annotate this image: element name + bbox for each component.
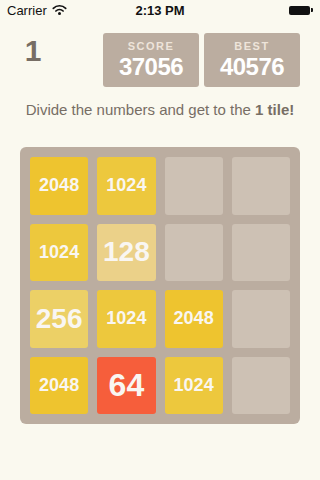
app-title: 1 [20, 37, 46, 65]
tile-2048: 2048 [30, 157, 88, 215]
empty-cell [165, 224, 223, 282]
best-value: 40576 [220, 52, 284, 82]
goal-tile-title: 1 [20, 37, 46, 65]
score-value: 37056 [119, 52, 183, 82]
tile-64: 64 [97, 357, 155, 415]
tile-1024: 1024 [97, 157, 155, 215]
tile-1024: 1024 [165, 357, 223, 415]
empty-cell [232, 357, 290, 415]
tile-256: 256 [30, 290, 88, 348]
header: 1 SCORE 37056 BEST 40576 [0, 33, 320, 87]
tile-2048: 2048 [165, 290, 223, 348]
best-box: BEST 40576 [204, 33, 300, 87]
empty-cell [232, 290, 290, 348]
tile-1024: 1024 [97, 290, 155, 348]
tile-2048: 2048 [30, 357, 88, 415]
instruction-text: Divide the numbers and get to the 1 tile… [0, 101, 320, 118]
empty-cell [232, 157, 290, 215]
tile-1024: 1024 [30, 224, 88, 282]
tile-128: 128 [97, 224, 155, 282]
empty-cell [232, 224, 290, 282]
game-board[interactable]: 204810241024128256102420482048641024 [20, 147, 300, 424]
clock: 2:13 PM [0, 3, 320, 18]
empty-cell [165, 157, 223, 215]
goal-highlight: 1 tile! [255, 101, 294, 118]
battery-icon [289, 6, 313, 15]
best-label: BEST [234, 40, 269, 52]
score-box: SCORE 37056 [103, 33, 199, 87]
score-label: SCORE [128, 40, 175, 52]
status-bar: Carrier 2:13 PM [0, 0, 320, 20]
